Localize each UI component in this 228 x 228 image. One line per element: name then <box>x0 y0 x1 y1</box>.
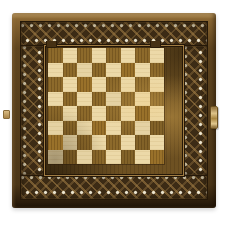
square-d7 <box>92 63 107 78</box>
square-g7 <box>135 63 150 78</box>
square-a7 <box>48 63 63 78</box>
hinge-icon <box>46 41 57 48</box>
square-g6 <box>135 77 150 92</box>
carved-knot-border-right <box>181 45 208 176</box>
square-f5 <box>121 92 136 107</box>
square-b6 <box>63 77 78 92</box>
square-f8 <box>121 48 136 63</box>
square-d1 <box>92 150 107 165</box>
product-photo <box>0 0 228 228</box>
square-f7 <box>121 63 136 78</box>
square-g3 <box>135 121 150 136</box>
square-a5 <box>48 92 63 107</box>
square-c4 <box>77 106 92 121</box>
square-h7 <box>150 63 165 78</box>
square-e4 <box>106 106 121 121</box>
square-e5 <box>106 92 121 107</box>
square-b2 <box>63 135 78 150</box>
square-f6 <box>121 77 136 92</box>
square-a8 <box>48 48 63 63</box>
brass-clasp-icon <box>210 106 218 129</box>
square-f1 <box>121 150 136 165</box>
square-b3 <box>63 121 78 136</box>
square-c3 <box>77 121 92 136</box>
square-a1 <box>48 150 63 165</box>
square-h5 <box>150 92 165 107</box>
square-h6 <box>150 77 165 92</box>
square-h2 <box>150 135 165 150</box>
square-c7 <box>77 63 92 78</box>
square-c6 <box>77 77 92 92</box>
square-g1 <box>135 150 150 165</box>
square-d5 <box>92 92 107 107</box>
square-e6 <box>106 77 121 92</box>
square-b7 <box>63 63 78 78</box>
square-h8 <box>150 48 165 63</box>
square-d8 <box>92 48 107 63</box>
square-c8 <box>77 48 92 63</box>
square-b1 <box>63 150 78 165</box>
square-d4 <box>92 106 107 121</box>
square-c5 <box>77 92 92 107</box>
square-f3 <box>121 121 136 136</box>
chessboard-grid <box>48 48 164 164</box>
square-a2 <box>48 135 63 150</box>
carved-knot-border-bottom <box>20 173 208 200</box>
square-d6 <box>92 77 107 92</box>
brass-pin-icon <box>3 110 10 119</box>
square-f4 <box>121 106 136 121</box>
square-d2 <box>92 135 107 150</box>
square-e7 <box>106 63 121 78</box>
square-g5 <box>135 92 150 107</box>
square-e2 <box>106 135 121 150</box>
square-c1 <box>77 150 92 165</box>
square-b5 <box>63 92 78 107</box>
square-e3 <box>106 121 121 136</box>
square-h1 <box>150 150 165 165</box>
square-g8 <box>135 48 150 63</box>
square-b8 <box>63 48 78 63</box>
square-e8 <box>106 48 121 63</box>
carved-knot-border-left <box>20 45 47 176</box>
square-g2 <box>135 135 150 150</box>
square-h3 <box>150 121 165 136</box>
square-b4 <box>63 106 78 121</box>
square-h4 <box>150 106 165 121</box>
carved-wooden-chess-box <box>12 13 216 208</box>
square-c2 <box>77 135 92 150</box>
square-d3 <box>92 121 107 136</box>
square-a4 <box>48 106 63 121</box>
hinge-icon <box>150 41 161 48</box>
square-e1 <box>106 150 121 165</box>
square-a6 <box>48 77 63 92</box>
square-a3 <box>48 121 63 136</box>
square-g4 <box>135 106 150 121</box>
square-f2 <box>121 135 136 150</box>
